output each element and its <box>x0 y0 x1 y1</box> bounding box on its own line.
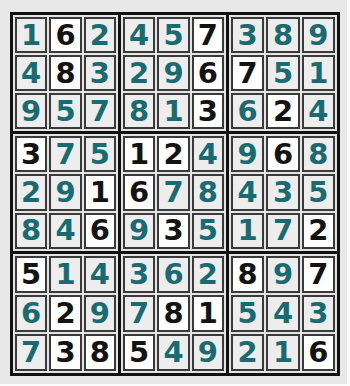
sudoku-cell-r6c2[interactable]: 4 <box>49 213 81 249</box>
sudoku-cell-r7c1[interactable]: 5 <box>15 256 47 293</box>
sudoku-cell-r1c3[interactable]: 2 <box>84 17 116 53</box>
sudoku-box-2: 457296813 <box>121 15 229 134</box>
sudoku-cell-r8c4[interactable]: 7 <box>123 295 155 332</box>
sudoku-cell-r3c8[interactable]: 2 <box>266 93 299 129</box>
sudoku-cell-r5c3[interactable]: 1 <box>84 174 116 210</box>
sudoku-cell-r4c8[interactable]: 6 <box>266 136 299 172</box>
sudoku-cell-r1c9[interactable]: 9 <box>302 17 335 53</box>
sudoku-cell-r2c3[interactable]: 3 <box>84 55 116 91</box>
sudoku-box-7: 514629738 <box>13 254 121 373</box>
sudoku-cell-r5c2[interactable]: 9 <box>49 174 81 210</box>
sudoku-cell-r5c8[interactable]: 3 <box>266 174 299 210</box>
sudoku-cell-r2c2[interactable]: 8 <box>49 55 81 91</box>
sudoku-cell-r9c9[interactable]: 6 <box>302 334 335 371</box>
sudoku-cell-r2c7[interactable]: 7 <box>231 55 264 91</box>
sudoku-cell-r8c3[interactable]: 9 <box>84 295 116 332</box>
sudoku-cell-r5c6[interactable]: 8 <box>192 174 224 210</box>
sudoku-cell-r6c4[interactable]: 9 <box>123 213 155 249</box>
sudoku-box-9: 897543216 <box>229 254 337 373</box>
sudoku-cell-r1c2[interactable]: 6 <box>49 17 81 53</box>
sudoku-cell-r9c4[interactable]: 5 <box>123 334 155 371</box>
sudoku-cell-r8c2[interactable]: 2 <box>49 295 81 332</box>
sudoku-cell-r1c1[interactable]: 1 <box>15 17 47 53</box>
sudoku-cell-r4c2[interactable]: 7 <box>49 136 81 172</box>
sudoku-box-3: 389751624 <box>229 15 337 134</box>
sudoku-cell-r7c8[interactable]: 9 <box>266 256 299 293</box>
sudoku-cell-r7c4[interactable]: 3 <box>123 256 155 293</box>
sudoku-cell-r3c2[interactable]: 5 <box>49 93 81 129</box>
sudoku-cell-r6c1[interactable]: 8 <box>15 213 47 249</box>
sudoku-cell-r9c3[interactable]: 8 <box>84 334 116 371</box>
sudoku-cell-r4c1[interactable]: 3 <box>15 136 47 172</box>
sudoku-cell-r3c6[interactable]: 3 <box>192 93 224 129</box>
sudoku-cell-r6c6[interactable]: 5 <box>192 213 224 249</box>
sudoku-cell-r1c8[interactable]: 8 <box>266 17 299 53</box>
sudoku-cell-r8c1[interactable]: 6 <box>15 295 47 332</box>
sudoku-box-6: 968435172 <box>229 134 337 253</box>
sudoku-cell-r2c9[interactable]: 1 <box>302 55 335 91</box>
sudoku-cell-r2c5[interactable]: 9 <box>157 55 189 91</box>
sudoku-cell-r4c7[interactable]: 9 <box>231 136 264 172</box>
sudoku-cell-r5c1[interactable]: 2 <box>15 174 47 210</box>
sudoku-cell-r3c1[interactable]: 9 <box>15 93 47 129</box>
sudoku-cell-r9c8[interactable]: 1 <box>266 334 299 371</box>
sudoku-cell-r3c7[interactable]: 6 <box>231 93 264 129</box>
page: 1624839574572968133897516243752918461246… <box>0 0 350 386</box>
sudoku-cell-r9c1[interactable]: 7 <box>15 334 47 371</box>
sudoku-cell-r4c9[interactable]: 8 <box>302 136 335 172</box>
sudoku-cell-r6c8[interactable]: 7 <box>266 213 299 249</box>
sudoku-cell-r3c5[interactable]: 1 <box>157 93 189 129</box>
sudoku-box-4: 375291846 <box>13 134 121 253</box>
sudoku-box-8: 362781549 <box>121 254 229 373</box>
sudoku-cell-r7c5[interactable]: 6 <box>157 256 189 293</box>
sudoku-cell-r2c4[interactable]: 2 <box>123 55 155 91</box>
sudoku-box-5: 124678935 <box>121 134 229 253</box>
sudoku-cell-r5c4[interactable]: 6 <box>123 174 155 210</box>
sudoku-cell-r3c3[interactable]: 7 <box>84 93 116 129</box>
sudoku-cell-r6c7[interactable]: 1 <box>231 213 264 249</box>
sudoku-cell-r2c6[interactable]: 6 <box>192 55 224 91</box>
sudoku-cell-r9c2[interactable]: 3 <box>49 334 81 371</box>
sudoku-cell-r7c2[interactable]: 1 <box>49 256 81 293</box>
sudoku-cell-r4c5[interactable]: 2 <box>157 136 189 172</box>
sudoku-cell-r5c7[interactable]: 4 <box>231 174 264 210</box>
sudoku-cell-r1c6[interactable]: 7 <box>192 17 224 53</box>
sudoku-cell-r7c3[interactable]: 4 <box>84 256 116 293</box>
sudoku-cell-r8c8[interactable]: 4 <box>266 295 299 332</box>
sudoku-cell-r5c5[interactable]: 7 <box>157 174 189 210</box>
sudoku-cell-r6c9[interactable]: 2 <box>302 213 335 249</box>
sudoku-cell-r8c7[interactable]: 5 <box>231 295 264 332</box>
sudoku-cell-r7c9[interactable]: 7 <box>302 256 335 293</box>
sudoku-cell-r7c6[interactable]: 2 <box>192 256 224 293</box>
sudoku-cell-r1c7[interactable]: 3 <box>231 17 264 53</box>
sudoku-cell-r7c7[interactable]: 8 <box>231 256 264 293</box>
sudoku-cell-r3c9[interactable]: 4 <box>302 93 335 129</box>
sudoku-board: 1624839574572968133897516243752918461246… <box>10 12 340 376</box>
sudoku-cell-r8c9[interactable]: 3 <box>302 295 335 332</box>
sudoku-cell-r2c8[interactable]: 5 <box>266 55 299 91</box>
sudoku-cell-r8c5[interactable]: 8 <box>157 295 189 332</box>
sudoku-cell-r9c5[interactable]: 4 <box>157 334 189 371</box>
sudoku-cell-r6c5[interactable]: 3 <box>157 213 189 249</box>
sudoku-box-1: 162483957 <box>13 15 121 134</box>
sudoku-cell-r1c5[interactable]: 5 <box>157 17 189 53</box>
sudoku-cell-r3c4[interactable]: 8 <box>123 93 155 129</box>
sudoku-cell-r9c6[interactable]: 9 <box>192 334 224 371</box>
sudoku-cell-r4c4[interactable]: 1 <box>123 136 155 172</box>
sudoku-cell-r4c3[interactable]: 5 <box>84 136 116 172</box>
sudoku-cell-r8c6[interactable]: 1 <box>192 295 224 332</box>
sudoku-cell-r5c9[interactable]: 5 <box>302 174 335 210</box>
sudoku-cell-r6c3[interactable]: 6 <box>84 213 116 249</box>
sudoku-cell-r2c1[interactable]: 4 <box>15 55 47 91</box>
sudoku-cell-r4c6[interactable]: 4 <box>192 136 224 172</box>
sudoku-cell-r9c7[interactable]: 2 <box>231 334 264 371</box>
sudoku-cell-r1c4[interactable]: 4 <box>123 17 155 53</box>
